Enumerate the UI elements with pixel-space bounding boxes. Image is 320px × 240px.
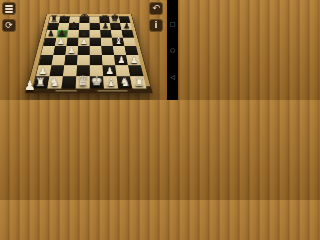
back-icon[interactable]: ◁ xyxy=(170,74,175,80)
square-c3[interactable] xyxy=(64,55,77,65)
piece-black-pawn[interactable]: ♟ xyxy=(100,22,111,29)
square-h4[interactable] xyxy=(124,46,138,55)
piece-black-pawn[interactable]: ♟ xyxy=(121,22,132,29)
piece-white-pawn[interactable]: ♟ xyxy=(115,56,128,65)
chess-board: ♜♞♛♜♚♝♟♟♟♟♟♟♟♟♝♟♟♟♟♟♜♞♛♚♝♞♜ xyxy=(25,14,153,94)
piece-black-pawn[interactable]: ♟ xyxy=(45,29,56,37)
home-icon[interactable]: ○ xyxy=(170,47,175,53)
reset-icon: ⟳ xyxy=(5,21,13,30)
square-e7[interactable] xyxy=(90,23,101,30)
square-e8[interactable] xyxy=(90,17,100,23)
square-c1[interactable] xyxy=(61,76,76,88)
captured-piece: ♟ xyxy=(24,78,36,93)
undo-button[interactable]: ↶ xyxy=(149,2,163,15)
square-b3[interactable] xyxy=(51,55,65,65)
piece-white-knight[interactable]: ♞ xyxy=(47,76,61,88)
android-navbar: □ ○ ◁ xyxy=(167,0,178,100)
reset-button[interactable]: ⟳ xyxy=(2,19,16,32)
square-d4[interactable] xyxy=(78,46,90,55)
square-d8[interactable]: ♛ xyxy=(79,17,89,23)
square-g1[interactable]: ♞ xyxy=(117,76,133,88)
square-d1[interactable]: ♛ xyxy=(76,76,90,88)
square-c4[interactable]: ♟ xyxy=(65,46,78,55)
square-e5[interactable] xyxy=(90,38,102,46)
piece-black-queen[interactable]: ♛ xyxy=(79,13,89,23)
square-b1[interactable]: ♞ xyxy=(47,76,63,88)
piece-white-pawn[interactable]: ♟ xyxy=(65,46,77,55)
square-h1[interactable]: ♜ xyxy=(130,76,146,88)
square-a4[interactable] xyxy=(41,46,55,55)
square-b5[interactable]: ♟ xyxy=(55,38,68,46)
square-h7[interactable]: ♟ xyxy=(120,23,132,30)
square-g7[interactable]: ♟ xyxy=(110,23,121,30)
info-button[interactable]: i xyxy=(149,19,163,32)
menu-button[interactable] xyxy=(2,2,16,15)
square-d5[interactable]: ♟ xyxy=(78,38,90,46)
piece-black-bishop[interactable]: ♝ xyxy=(68,21,79,30)
piece-white-pawn[interactable]: ♟ xyxy=(78,37,90,45)
square-g3[interactable]: ♟ xyxy=(114,55,128,65)
square-f7[interactable]: ♟ xyxy=(100,23,111,30)
piece-white-pawn[interactable]: ♟ xyxy=(55,37,67,45)
piece-white-knight[interactable]: ♞ xyxy=(118,76,132,88)
piece-white-pawn[interactable]: ♟ xyxy=(36,66,49,75)
piece-black-rook[interactable]: ♜ xyxy=(49,14,59,22)
square-h3[interactable]: ♟ xyxy=(126,55,141,65)
square-h5[interactable] xyxy=(123,38,136,46)
piece-white-rook[interactable]: ♜ xyxy=(132,76,146,88)
square-d3[interactable] xyxy=(77,55,90,65)
piece-white-bishop[interactable]: ♝ xyxy=(113,36,125,46)
square-e6[interactable] xyxy=(90,30,101,38)
square-e1[interactable]: ♚ xyxy=(90,76,104,88)
square-a3[interactable] xyxy=(39,55,54,65)
piece-white-bishop[interactable]: ♝ xyxy=(104,76,118,88)
info-icon: i xyxy=(154,21,157,30)
square-g5[interactable]: ♝ xyxy=(112,38,125,46)
board-grid: ♜♞♛♜♚♝♟♟♟♟♟♟♟♟♝♟♟♟♟♟♜♞♛♚♝♞♜ xyxy=(32,16,146,89)
piece-white-pawn[interactable]: ♟ xyxy=(103,66,116,75)
recents-icon[interactable]: □ xyxy=(170,21,176,27)
piece-white-queen[interactable]: ♛ xyxy=(76,75,90,88)
piece-white-king[interactable]: ♚ xyxy=(90,75,104,88)
piece-white-pawn[interactable]: ♟ xyxy=(128,56,141,65)
hamburger-icon xyxy=(5,8,13,10)
square-e3[interactable] xyxy=(90,55,103,65)
undo-icon: ↶ xyxy=(152,4,160,13)
square-f1[interactable]: ♝ xyxy=(103,76,118,88)
piece-black-pawn[interactable]: ♟ xyxy=(111,22,122,29)
square-e4[interactable] xyxy=(90,46,102,55)
